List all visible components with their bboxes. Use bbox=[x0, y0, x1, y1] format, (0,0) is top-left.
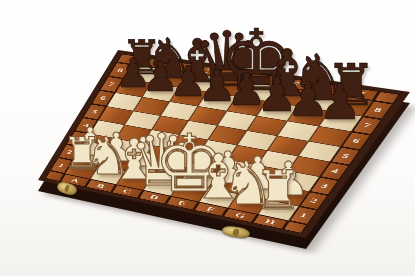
pieces-layer: ♜♞♝♛♟♚♟♝♟♞♟♜♟♟♟♟♟♟♟♜♟♞♟♝♟♛♟♚♟♝♞♜ bbox=[0, 0, 415, 276]
piece-black-pawn-h7[interactable]: ♟ bbox=[318, 80, 362, 129]
scene: AA88BB77CC66DD55EE44FF33GG22HH11 ♜♞♝♛♟♚♟… bbox=[0, 0, 415, 276]
piece-white-rook-h1[interactable]: ♜ bbox=[254, 164, 302, 218]
